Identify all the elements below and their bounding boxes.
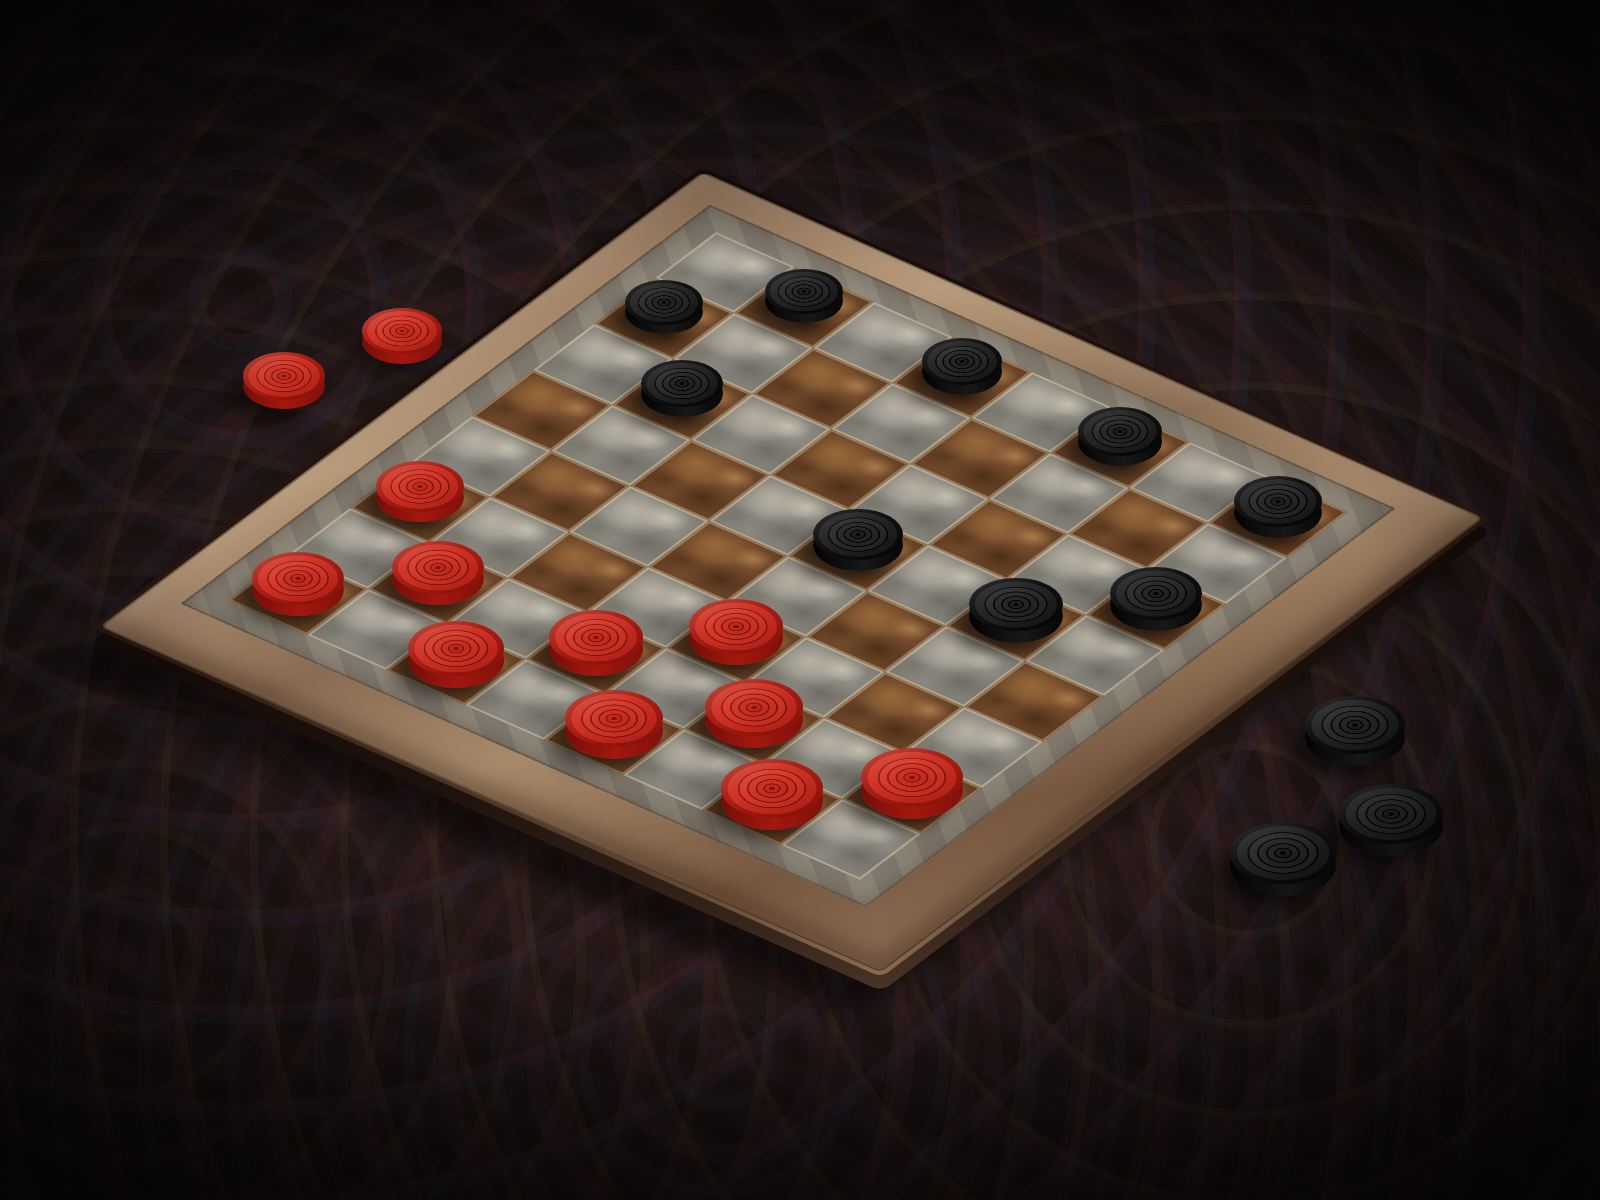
piece-face-red	[252, 552, 344, 605]
piece-face-red	[549, 610, 644, 665]
piece-face-red	[721, 759, 823, 818]
red-piece-square-21[interactable]	[376, 461, 463, 522]
piece-face-red	[861, 748, 963, 807]
piece-face-red	[243, 352, 325, 399]
red-piece-square-26[interactable]	[549, 610, 644, 676]
black-piece-square-12[interactable]	[1110, 567, 1202, 632]
red-piece-square-32[interactable]	[721, 759, 823, 831]
piece-face-red	[362, 308, 441, 354]
piece-face-black	[625, 280, 703, 325]
red-piece-square-31[interactable]	[565, 690, 664, 759]
black-piece-square-16[interactable]	[969, 578, 1062, 643]
black-piece-square-2[interactable]	[922, 338, 1003, 395]
red-piece-square-29[interactable]	[252, 552, 344, 616]
black-piece-square-15[interactable]	[813, 509, 903, 572]
off-board-black-piece-4[interactable]	[1339, 784, 1443, 856]
piece-face-black	[1339, 784, 1443, 844]
piece-face-red	[689, 599, 783, 654]
piece-face-black	[922, 338, 1003, 385]
piece-face-black	[765, 269, 842, 314]
red-piece-square-28[interactable]	[861, 748, 963, 819]
red-piece-square-30[interactable]	[408, 621, 503, 688]
piece-face-black	[1234, 476, 1322, 527]
piece-face-red	[392, 541, 483, 594]
piece-face-red	[376, 461, 463, 512]
off-board-black-piece-5[interactable]	[1230, 822, 1335, 896]
piece-face-red	[565, 690, 664, 747]
black-piece-square-4[interactable]	[1234, 476, 1322, 538]
checkers-scene	[0, 0, 1600, 1200]
pieces-layer	[0, 0, 1600, 1200]
black-piece-square-1[interactable]	[765, 269, 842, 323]
piece-face-black	[813, 509, 903, 561]
black-piece-square-3[interactable]	[1078, 407, 1162, 466]
off-board-red-piece-1[interactable]	[362, 308, 441, 364]
off-board-black-piece-3[interactable]	[1305, 696, 1404, 765]
piece-face-red	[705, 679, 803, 736]
piece-face-black	[1110, 567, 1202, 621]
off-board-red-piece-2[interactable]	[243, 352, 325, 409]
black-piece-square-9[interactable]	[641, 360, 723, 417]
red-piece-square-27[interactable]	[705, 679, 803, 748]
piece-face-black	[1230, 822, 1335, 883]
black-piece-square-5[interactable]	[625, 280, 703, 335]
piece-face-black	[1078, 407, 1162, 456]
piece-face-red	[408, 621, 503, 676]
red-piece-square-23[interactable]	[689, 599, 783, 665]
red-piece-square-25[interactable]	[392, 541, 483, 605]
piece-face-black	[1305, 696, 1404, 753]
piece-face-black	[641, 360, 723, 408]
piece-face-black	[969, 578, 1062, 632]
